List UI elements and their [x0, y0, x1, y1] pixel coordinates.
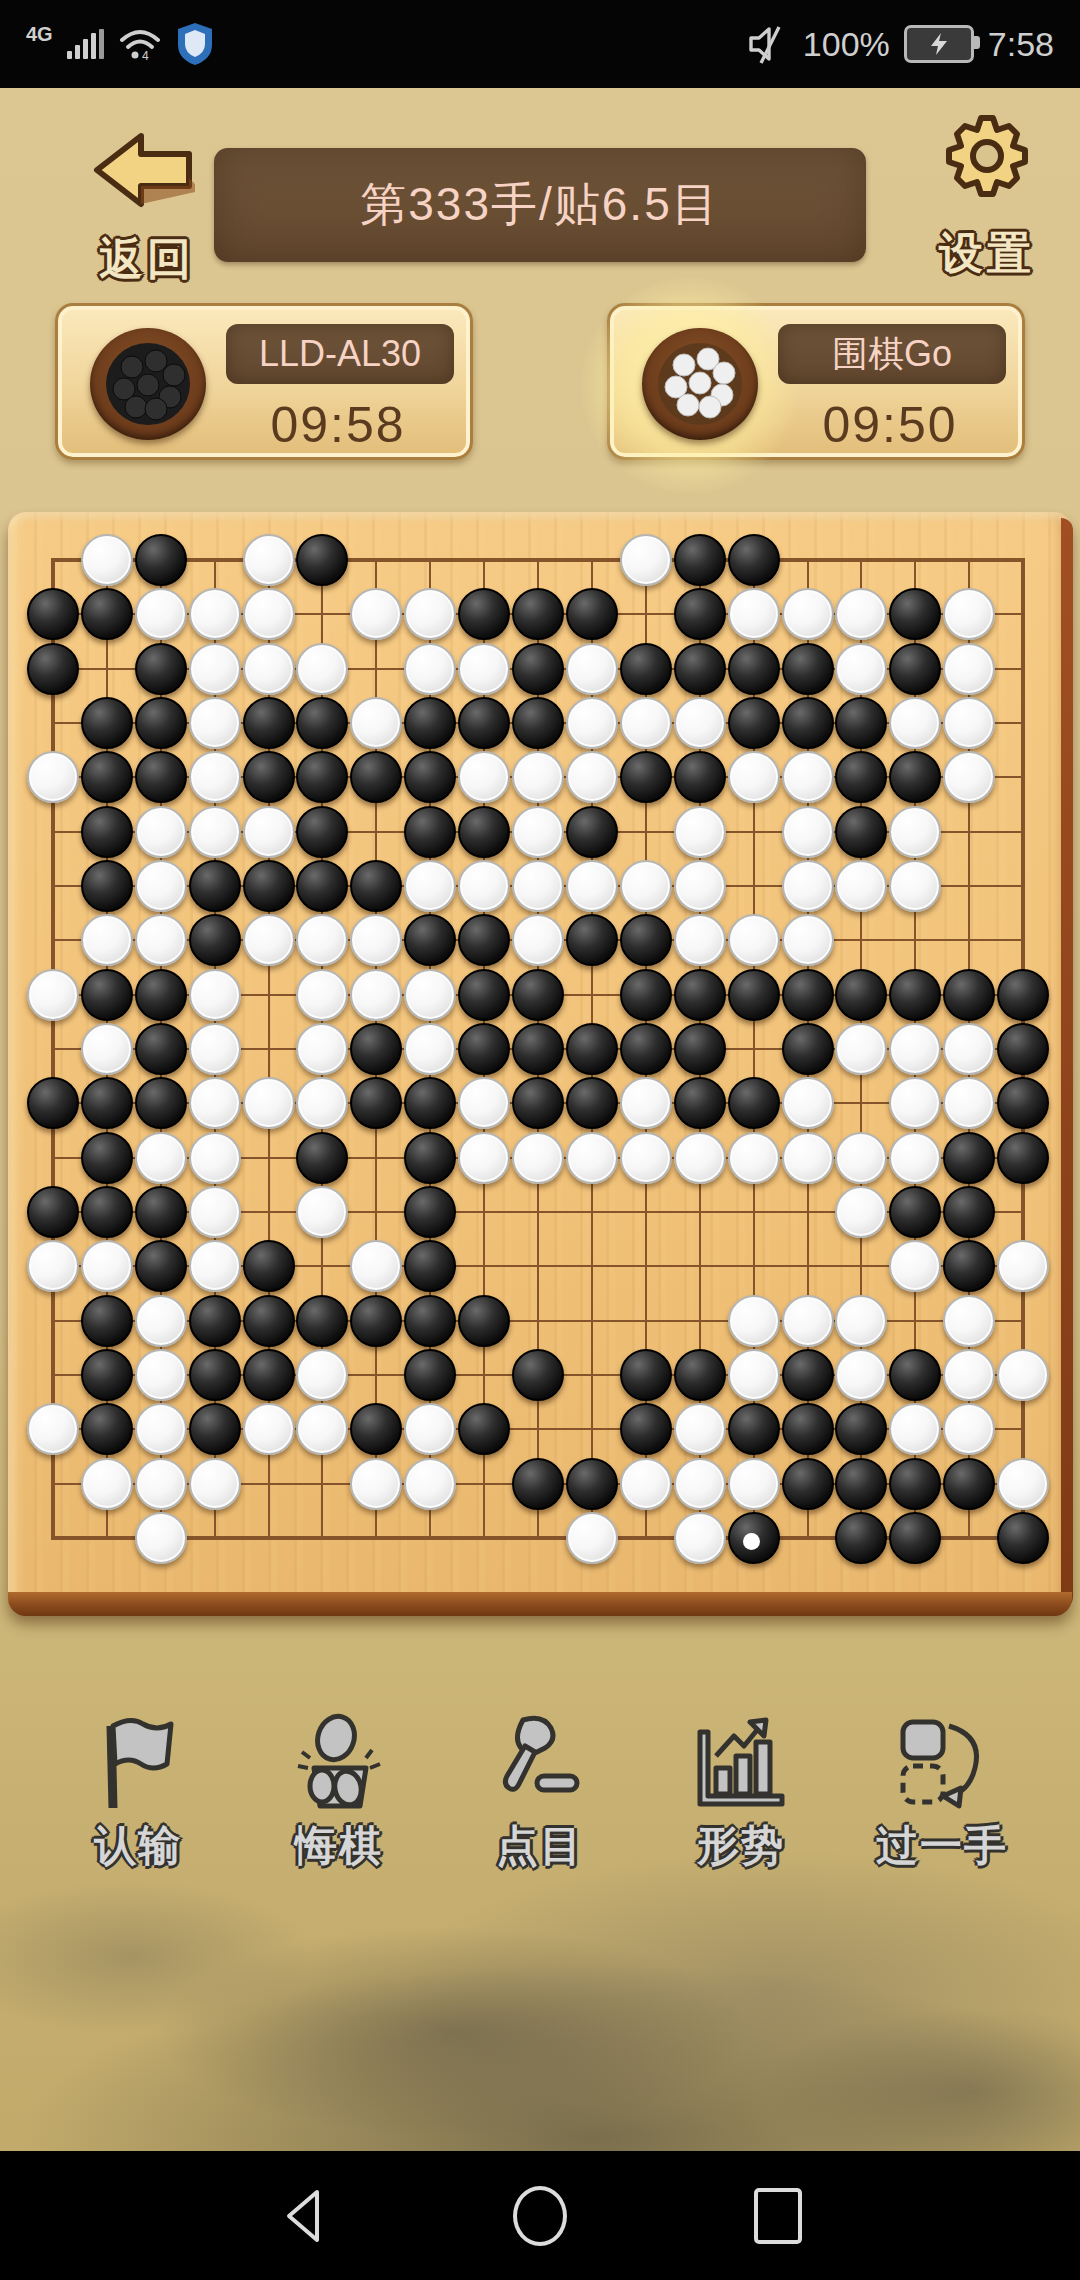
white-stone — [943, 751, 995, 803]
white-stone — [404, 643, 456, 695]
white-stone — [889, 1132, 941, 1184]
white-stone — [997, 1458, 1049, 1510]
white-stone — [296, 1023, 348, 1075]
white-stone — [296, 1077, 348, 1129]
white-stone — [135, 588, 187, 640]
black-stone — [404, 751, 456, 803]
white-stone — [404, 588, 456, 640]
black-stone — [404, 1240, 456, 1292]
white-stone — [835, 860, 887, 912]
move-info-banner: 第333手/贴6.5目 — [214, 148, 866, 262]
white-stone — [512, 806, 564, 858]
black-stone — [835, 1458, 887, 1510]
black-stone — [620, 1023, 672, 1075]
black-stone — [835, 969, 887, 1021]
white-stone — [296, 1349, 348, 1401]
analysis-button-label: 形势 — [697, 1818, 785, 1874]
white-stone — [189, 1186, 241, 1238]
black-stone — [566, 806, 618, 858]
white-stone — [728, 1132, 780, 1184]
white-stone — [243, 588, 295, 640]
black-stone — [674, 643, 726, 695]
status-bar: 4G 4 100% 7:58 — [0, 0, 1080, 88]
black-stone — [620, 1403, 672, 1455]
white-stone — [350, 914, 402, 966]
white-stone — [889, 806, 941, 858]
black-stone — [512, 643, 564, 695]
white-stone — [189, 969, 241, 1021]
black-stone — [404, 1186, 456, 1238]
white-stone — [674, 1458, 726, 1510]
black-stone — [782, 1349, 834, 1401]
player-card-black: LLD-AL30 09:58 — [55, 303, 473, 460]
black-stone — [889, 1458, 941, 1510]
black-stone — [81, 1132, 133, 1184]
black-stone — [782, 1458, 834, 1510]
white-stone — [943, 1023, 995, 1075]
white-stone — [27, 1240, 79, 1292]
white-stone — [135, 1295, 187, 1347]
pass-button-label: 过一手 — [876, 1818, 1008, 1874]
black-stone — [189, 1349, 241, 1401]
nav-home-button[interactable] — [480, 2151, 600, 2280]
white-stone — [512, 860, 564, 912]
black-stone — [889, 1186, 941, 1238]
white-stone — [243, 643, 295, 695]
white-stone — [135, 914, 187, 966]
nav-back-triangle-icon — [283, 2188, 323, 2244]
black-stone — [728, 1077, 780, 1129]
white-stone — [404, 969, 456, 1021]
black-stone — [943, 1186, 995, 1238]
white-stone — [835, 1186, 887, 1238]
black-stone — [458, 697, 510, 749]
black-stone — [243, 860, 295, 912]
white-stone — [782, 751, 834, 803]
black-stone — [512, 1458, 564, 1510]
white-stone — [458, 1077, 510, 1129]
clock-label: 7:58 — [988, 25, 1054, 64]
wifi-icon: 4 — [118, 26, 162, 62]
white-stone — [728, 1349, 780, 1401]
black-player-name: LLD-AL30 — [259, 333, 421, 375]
undo-bowl-icon — [284, 1712, 394, 1812]
white-stone — [728, 1295, 780, 1347]
black-stone — [458, 1295, 510, 1347]
black-stone — [889, 1349, 941, 1401]
white-stone — [404, 860, 456, 912]
white-stone — [943, 588, 995, 640]
black-stone — [458, 588, 510, 640]
white-stone — [243, 1403, 295, 1455]
black-stone — [296, 751, 348, 803]
white-stone — [889, 1403, 941, 1455]
white-stone — [135, 1512, 187, 1564]
black-stone — [943, 1132, 995, 1184]
black-stone — [512, 1349, 564, 1401]
white-stone — [296, 643, 348, 695]
white-stone — [943, 643, 995, 695]
white-stone — [350, 1240, 402, 1292]
black-stone — [889, 751, 941, 803]
black-stone — [943, 1458, 995, 1510]
black-stone — [512, 1077, 564, 1129]
white-stone — [81, 1023, 133, 1075]
black-stone — [404, 1295, 456, 1347]
black-stone — [889, 643, 941, 695]
battery-icon — [904, 25, 974, 63]
white-stone — [27, 1403, 79, 1455]
svg-text:4: 4 — [142, 49, 149, 62]
black-stone — [350, 1403, 402, 1455]
black-stone — [135, 1186, 187, 1238]
black-stone — [189, 914, 241, 966]
black-stone — [296, 697, 348, 749]
white-stone — [782, 914, 834, 966]
black-stone — [674, 1349, 726, 1401]
white-stone — [674, 860, 726, 912]
white-stone — [135, 1132, 187, 1184]
white-stone — [674, 1132, 726, 1184]
black-stone — [81, 1077, 133, 1129]
count-button[interactable]: 点目 — [460, 1712, 620, 1874]
black-stone — [135, 1077, 187, 1129]
white-stone — [27, 751, 79, 803]
black-stone — [350, 1295, 402, 1347]
white-stone — [296, 1403, 348, 1455]
black-stone — [189, 1403, 241, 1455]
white-stone — [889, 697, 941, 749]
game-toolbar: 认输 悔棋 点目 — [58, 1712, 1022, 1874]
white-stone — [566, 860, 618, 912]
white-stone — [189, 806, 241, 858]
white-stone — [512, 751, 564, 803]
black-stone — [889, 588, 941, 640]
white-stone — [189, 1077, 241, 1129]
white-stone — [243, 806, 295, 858]
white-stone — [404, 1403, 456, 1455]
black-stone — [997, 969, 1049, 1021]
black-player-clock: 09:58 — [208, 396, 468, 454]
black-stone — [81, 697, 133, 749]
black-stone — [404, 806, 456, 858]
white-stone — [566, 643, 618, 695]
white-stone — [189, 1458, 241, 1510]
white-stone — [782, 1132, 834, 1184]
count-button-label: 点目 — [496, 1818, 584, 1874]
white-stone — [296, 969, 348, 1021]
black-stone — [728, 1512, 780, 1564]
black-stone — [835, 1512, 887, 1564]
black-stone — [782, 1023, 834, 1075]
white-stone — [835, 1023, 887, 1075]
black-stone — [728, 534, 780, 586]
black-stone — [458, 914, 510, 966]
white-stone — [728, 914, 780, 966]
battery-percent-label: 100% — [803, 25, 890, 64]
black-stone — [350, 1077, 402, 1129]
security-shield-icon — [176, 21, 214, 67]
black-stone — [404, 1349, 456, 1401]
black-stone — [81, 860, 133, 912]
nav-recents-square-icon — [754, 2188, 802, 2244]
black-stone — [674, 534, 726, 586]
white-stone — [135, 1349, 187, 1401]
black-stone — [674, 1077, 726, 1129]
white-stone — [350, 697, 402, 749]
white-stone — [728, 751, 780, 803]
black-stone — [135, 1240, 187, 1292]
black-stone — [674, 588, 726, 640]
black-stone — [27, 1077, 79, 1129]
black-stone — [512, 588, 564, 640]
black-stone — [728, 969, 780, 1021]
black-stone — [27, 643, 79, 695]
white-stone — [296, 1186, 348, 1238]
white-stone — [350, 969, 402, 1021]
resign-flag-icon — [83, 1712, 193, 1812]
pass-icon — [887, 1712, 997, 1812]
white-stone — [674, 1512, 726, 1564]
white-stone — [674, 806, 726, 858]
black-stone — [27, 588, 79, 640]
white-stone — [889, 1023, 941, 1075]
white-stone — [512, 1132, 564, 1184]
last-move-marker — [743, 1533, 760, 1550]
black-stone — [458, 1403, 510, 1455]
nav-home-circle-icon — [513, 2186, 567, 2246]
black-stone — [27, 1186, 79, 1238]
black-stone — [674, 1023, 726, 1075]
white-stone — [189, 1132, 241, 1184]
back-button[interactable]: 返回 — [62, 126, 232, 289]
white-stone — [81, 534, 133, 586]
white-stone — [350, 588, 402, 640]
white-stone — [943, 1077, 995, 1129]
black-stone — [566, 1458, 618, 1510]
black-stone — [620, 1349, 672, 1401]
black-stone — [81, 751, 133, 803]
black-stone — [81, 588, 133, 640]
white-stone — [620, 534, 672, 586]
settings-button-label: 设置 — [912, 224, 1062, 283]
android-nav-bar — [0, 2151, 1080, 2280]
white-stone — [189, 588, 241, 640]
black-stone — [350, 860, 402, 912]
black-stone — [243, 1295, 295, 1347]
black-stone — [81, 806, 133, 858]
undo-button[interactable]: 悔棋 — [259, 1712, 419, 1874]
white-stone — [835, 643, 887, 695]
black-stone — [135, 697, 187, 749]
black-stone — [512, 697, 564, 749]
analysis-button[interactable]: 形势 — [661, 1712, 821, 1874]
black-stone — [997, 1512, 1049, 1564]
white-player-nameplate: 围棋Go — [778, 324, 1006, 384]
white-stone — [350, 1458, 402, 1510]
white-stone — [566, 1132, 618, 1184]
black-stone — [512, 1023, 564, 1075]
white-stone — [566, 1512, 618, 1564]
black-stone — [296, 860, 348, 912]
black-stone — [243, 751, 295, 803]
black-stone — [728, 697, 780, 749]
white-stone — [243, 1077, 295, 1129]
white-stone — [728, 588, 780, 640]
black-stone — [566, 1023, 618, 1075]
white-stone — [997, 1349, 1049, 1401]
white-stone — [458, 643, 510, 695]
white-stone-bowl-icon — [642, 328, 758, 440]
black-stone — [243, 697, 295, 749]
white-stone — [458, 860, 510, 912]
black-stone — [782, 697, 834, 749]
white-stone — [674, 697, 726, 749]
black-stone — [674, 751, 726, 803]
white-stone — [889, 860, 941, 912]
black-stone — [189, 1295, 241, 1347]
black-stone — [243, 1240, 295, 1292]
pass-button[interactable]: 过一手 — [862, 1712, 1022, 1874]
white-stone — [566, 697, 618, 749]
black-stone — [997, 1023, 1049, 1075]
white-stone — [81, 914, 133, 966]
network-type-label: 4G — [26, 23, 53, 46]
white-stone — [189, 643, 241, 695]
black-stone — [135, 751, 187, 803]
black-stone-bowl-icon — [90, 328, 206, 440]
black-stone — [728, 1403, 780, 1455]
white-stone — [135, 860, 187, 912]
black-stone — [350, 751, 402, 803]
white-player-clock: 09:50 — [760, 396, 1020, 454]
white-stone — [404, 1023, 456, 1075]
black-stone — [566, 1077, 618, 1129]
black-stone — [943, 1240, 995, 1292]
white-stone — [135, 1458, 187, 1510]
white-stone — [135, 806, 187, 858]
white-stone — [566, 751, 618, 803]
white-stone — [889, 1240, 941, 1292]
settings-button[interactable]: 设置 — [912, 112, 1062, 283]
white-stone — [835, 1349, 887, 1401]
white-stone — [458, 1132, 510, 1184]
black-stone — [404, 697, 456, 749]
black-stone — [782, 1403, 834, 1455]
white-stone — [835, 1295, 887, 1347]
black-stone — [189, 860, 241, 912]
white-stone — [458, 751, 510, 803]
black-stone — [135, 1023, 187, 1075]
black-stone — [296, 1132, 348, 1184]
white-stone — [782, 588, 834, 640]
black-stone — [674, 969, 726, 1021]
white-stone — [620, 1458, 672, 1510]
white-stone — [135, 1403, 187, 1455]
black-stone — [620, 643, 672, 695]
black-stone — [782, 643, 834, 695]
black-stone — [728, 643, 780, 695]
white-stone — [243, 534, 295, 586]
white-stone — [943, 1349, 995, 1401]
black-stone — [566, 588, 618, 640]
black-stone — [296, 534, 348, 586]
black-stone — [997, 1132, 1049, 1184]
white-stone — [189, 1240, 241, 1292]
white-stone — [889, 1077, 941, 1129]
white-stone — [620, 1132, 672, 1184]
black-stone — [458, 1023, 510, 1075]
resign-button-label: 认输 — [94, 1818, 182, 1874]
white-stone — [835, 1132, 887, 1184]
go-board[interactable] — [8, 512, 1072, 1614]
white-stone — [943, 1295, 995, 1347]
nav-back-button[interactable] — [243, 2151, 363, 2280]
signal-strength-icon — [67, 29, 104, 59]
white-stone — [189, 751, 241, 803]
black-stone — [889, 1512, 941, 1564]
black-stone — [81, 969, 133, 1021]
black-stone — [943, 969, 995, 1021]
resign-button[interactable]: 认输 — [58, 1712, 218, 1874]
black-stone — [458, 806, 510, 858]
black-stone — [620, 969, 672, 1021]
black-stone — [997, 1077, 1049, 1129]
count-gavel-icon — [485, 1712, 595, 1812]
undo-button-label: 悔棋 — [295, 1818, 383, 1874]
white-player-name: 围棋Go — [832, 330, 952, 379]
black-stone — [81, 1403, 133, 1455]
black-stone — [81, 1186, 133, 1238]
go-board-grid — [8, 512, 1072, 1614]
white-stone — [782, 1295, 834, 1347]
black-stone — [296, 1295, 348, 1347]
black-stone — [243, 1349, 295, 1401]
white-stone — [674, 1403, 726, 1455]
white-stone — [620, 860, 672, 912]
black-stone — [782, 969, 834, 1021]
mute-icon — [747, 23, 789, 65]
white-stone — [620, 1077, 672, 1129]
black-stone — [404, 1077, 456, 1129]
black-stone — [350, 1023, 402, 1075]
ink-painting-decoration — [0, 1852, 1080, 2152]
white-stone — [782, 1077, 834, 1129]
black-stone — [458, 969, 510, 1021]
black-stone — [135, 534, 187, 586]
white-stone — [782, 860, 834, 912]
move-info-text: 第333手/贴6.5目 — [360, 174, 719, 236]
black-stone — [135, 969, 187, 1021]
black-stone — [135, 643, 187, 695]
nav-recents-button[interactable] — [718, 2151, 838, 2280]
gear-icon — [935, 112, 1039, 216]
back-button-label: 返回 — [62, 230, 232, 289]
white-stone — [674, 914, 726, 966]
black-stone — [566, 914, 618, 966]
white-stone — [296, 914, 348, 966]
black-stone — [620, 914, 672, 966]
white-stone — [81, 1240, 133, 1292]
white-stone — [943, 697, 995, 749]
white-stone — [27, 969, 79, 1021]
black-stone — [835, 806, 887, 858]
black-stone — [81, 1349, 133, 1401]
analysis-chart-icon — [686, 1712, 796, 1812]
white-stone — [835, 588, 887, 640]
black-stone — [835, 751, 887, 803]
black-stone — [81, 1295, 133, 1347]
